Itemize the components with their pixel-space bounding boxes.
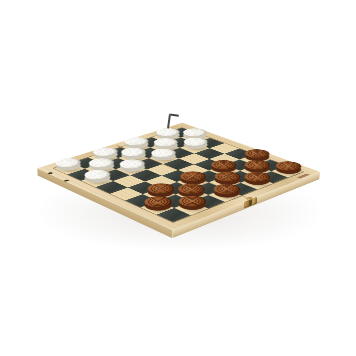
product-photo xyxy=(0,0,356,356)
white-piece xyxy=(178,127,211,138)
board-square xyxy=(141,201,175,215)
board-square xyxy=(209,189,242,202)
brown-piece xyxy=(239,147,274,159)
board-square xyxy=(272,166,303,178)
board-square xyxy=(241,177,273,189)
white-piece xyxy=(50,156,85,169)
white-piece xyxy=(119,136,153,148)
board-square xyxy=(54,163,85,175)
board-square xyxy=(116,164,147,176)
latch-hook xyxy=(167,113,179,129)
